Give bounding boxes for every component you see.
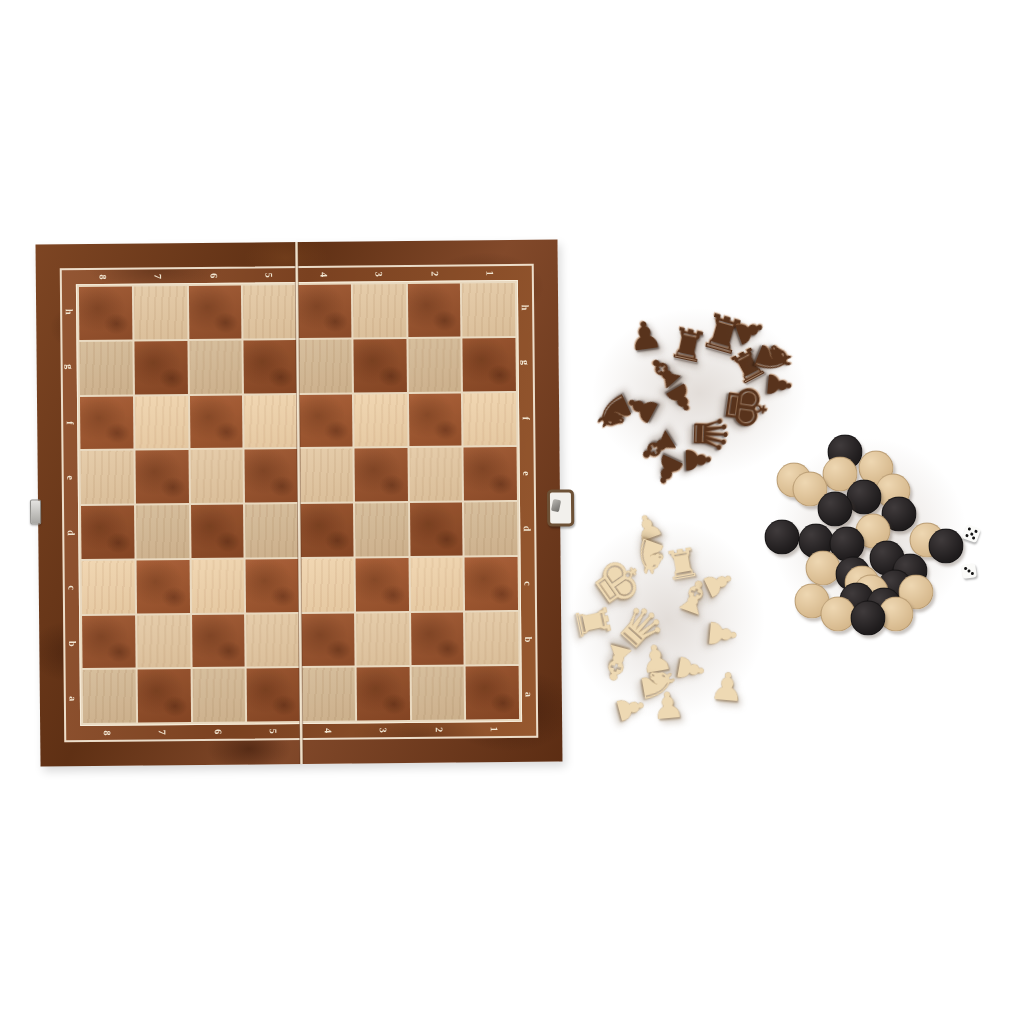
square-c3 bbox=[355, 558, 408, 611]
square-b7 bbox=[137, 615, 190, 668]
square-g2 bbox=[408, 338, 461, 391]
square-c2 bbox=[410, 557, 463, 610]
die-showing-3 bbox=[961, 563, 977, 579]
square-d8 bbox=[81, 506, 134, 559]
checker-disc-black bbox=[929, 529, 964, 564]
square-g3 bbox=[353, 339, 406, 392]
square-d5 bbox=[245, 504, 298, 557]
square-c7 bbox=[136, 560, 189, 613]
square-a4 bbox=[302, 668, 355, 721]
square-c6 bbox=[191, 559, 244, 612]
light-pawn: ♟ bbox=[650, 687, 685, 726]
square-e2 bbox=[409, 448, 462, 501]
square-b4 bbox=[301, 613, 354, 666]
checker-disc-black bbox=[818, 492, 853, 527]
square-b5 bbox=[246, 614, 299, 667]
square-d1 bbox=[464, 502, 517, 555]
square-a1 bbox=[466, 666, 519, 719]
square-f8 bbox=[80, 396, 133, 449]
square-h6 bbox=[188, 286, 241, 339]
square-g7 bbox=[134, 341, 187, 394]
die-pip bbox=[969, 531, 973, 535]
square-f1 bbox=[463, 392, 516, 445]
square-e1 bbox=[464, 447, 517, 500]
square-b3 bbox=[356, 612, 409, 665]
light-pawn: ♟ bbox=[703, 616, 742, 651]
square-g1 bbox=[463, 338, 516, 391]
square-a6 bbox=[192, 669, 245, 722]
square-f5 bbox=[244, 395, 297, 448]
checker-disc-black bbox=[765, 520, 800, 555]
square-f7 bbox=[135, 396, 188, 449]
square-e4 bbox=[299, 449, 352, 502]
board-catch-plate bbox=[30, 499, 41, 524]
square-a8 bbox=[83, 670, 136, 723]
square-g6 bbox=[189, 340, 242, 393]
square-g4 bbox=[298, 339, 351, 392]
square-a5 bbox=[247, 668, 300, 721]
square-e8 bbox=[80, 451, 133, 504]
square-d6 bbox=[191, 505, 244, 558]
square-a3 bbox=[356, 667, 409, 720]
square-h7 bbox=[134, 286, 187, 339]
square-d2 bbox=[410, 502, 463, 555]
light-pawn: ♟ bbox=[672, 651, 711, 687]
square-e7 bbox=[135, 450, 188, 503]
square-h3 bbox=[353, 284, 406, 337]
die-pip bbox=[967, 526, 971, 530]
checker-disc-black bbox=[851, 601, 886, 636]
square-a7 bbox=[137, 669, 190, 722]
square-f6 bbox=[189, 395, 242, 448]
die-pip bbox=[971, 536, 975, 540]
square-f3 bbox=[354, 393, 407, 446]
square-c5 bbox=[246, 559, 299, 612]
square-h1 bbox=[462, 283, 515, 336]
die-pip bbox=[963, 566, 966, 569]
square-e5 bbox=[245, 449, 298, 502]
square-d7 bbox=[136, 505, 189, 558]
square-b2 bbox=[411, 612, 464, 665]
square-d4 bbox=[300, 503, 353, 556]
chessboard: 87654321 87654321 hgfedcba hgfedcba bbox=[36, 240, 563, 767]
square-a2 bbox=[411, 667, 464, 720]
die-pip bbox=[964, 533, 968, 537]
die-pip bbox=[971, 572, 974, 575]
square-h2 bbox=[407, 283, 460, 336]
square-e3 bbox=[354, 448, 407, 501]
square-b1 bbox=[465, 611, 518, 664]
square-c1 bbox=[465, 557, 518, 610]
square-h8 bbox=[79, 287, 132, 340]
square-e6 bbox=[190, 450, 243, 503]
product-photo: 87654321 87654321 hgfedcba hgfedcba ♟♜♜♟… bbox=[0, 0, 1024, 1024]
square-c8 bbox=[82, 560, 135, 613]
board-clasp bbox=[547, 489, 574, 526]
square-f2 bbox=[408, 393, 461, 446]
square-d3 bbox=[355, 503, 408, 556]
die-pip bbox=[974, 529, 978, 533]
square-g5 bbox=[244, 340, 297, 393]
square-g8 bbox=[79, 341, 132, 394]
square-c4 bbox=[301, 558, 354, 611]
square-b8 bbox=[82, 615, 135, 668]
square-f4 bbox=[299, 394, 352, 447]
square-b6 bbox=[192, 614, 245, 667]
square-h5 bbox=[243, 285, 296, 338]
die-pip bbox=[967, 569, 970, 572]
square-h4 bbox=[298, 284, 351, 337]
light-pawn: ♟ bbox=[708, 667, 745, 708]
